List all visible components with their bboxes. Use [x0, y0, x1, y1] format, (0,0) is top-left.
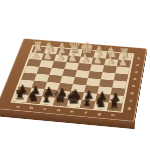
file-label-c: c — [37, 106, 52, 112]
rank-label-4: 4 — [130, 75, 139, 83]
piece-black-rook[interactable]: ♜ — [99, 98, 130, 111]
file-label-g: g — [92, 111, 107, 117]
chess-board: abcdefgh 12345678 ♜♞♝♛♚♝♞♜♟♟♟♟♟♟♟♟♟♟♟♟♟♟… — [0, 38, 147, 121]
file-label-f: f — [78, 110, 93, 116]
product-photo-scene: abcdefgh 12345678 ♜♞♝♛♚♝♞♜♟♟♟♟♟♟♟♟♟♟♟♟♟♟… — [0, 0, 150, 150]
file-label-e: e — [65, 108, 80, 114]
square-h2[interactable]: ♟ — [117, 60, 131, 68]
file-label-d: d — [51, 107, 66, 113]
square-d4[interactable] — [62, 69, 77, 77]
file-label-b: b — [24, 105, 39, 111]
square-h4[interactable] — [114, 73, 128, 81]
rank-label-5: 5 — [129, 82, 138, 90]
file-label-h: h — [106, 112, 121, 118]
file-label-a: a — [11, 103, 26, 109]
square-h8[interactable]: ♜ — [107, 102, 122, 111]
board-grid: ♜♞♝♛♚♝♞♜♟♟♟♟♟♟♟♟♟♟♟♟♟♟♟♟♜♞♝♛♚♝♞♜ — [11, 45, 135, 113]
